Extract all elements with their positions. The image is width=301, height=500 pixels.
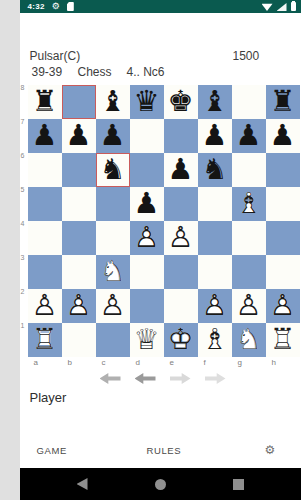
square-e1[interactable]: ♚♔ <box>164 323 198 357</box>
file-label-c: c <box>96 358 130 367</box>
square-d4[interactable]: ♟♙ <box>130 221 164 255</box>
square-f3[interactable] <box>198 255 232 289</box>
sim-card-icon <box>67 2 74 11</box>
square-f7[interactable]: ♟ <box>198 119 232 153</box>
black-pawn: ♟ <box>232 119 266 153</box>
white-queen: ♛♕ <box>130 323 164 357</box>
history-back-button[interactable] <box>93 373 128 384</box>
square-e2[interactable] <box>164 289 198 323</box>
square-a4[interactable] <box>28 221 62 255</box>
square-h7[interactable]: ♟ <box>266 119 300 153</box>
square-f2[interactable]: ♟♙ <box>198 289 232 323</box>
status-bar: 4:32 ⚙ <box>20 0 301 13</box>
tab-game[interactable]: GAME <box>37 445 67 456</box>
white-pawn: ♟♙ <box>62 289 96 323</box>
square-e8[interactable]: ♚ <box>164 85 198 119</box>
file-label-d: d <box>130 358 164 367</box>
square-e3[interactable] <box>164 255 198 289</box>
wifi-icon <box>262 3 273 11</box>
square-h3[interactable] <box>266 255 300 289</box>
square-a8[interactable]: ♜ <box>28 85 62 119</box>
square-a7[interactable]: ♟ <box>28 119 62 153</box>
white-pawn: ♟♙ <box>130 221 164 255</box>
variant-text: Chess <box>78 65 127 79</box>
square-a3[interactable] <box>28 255 62 289</box>
square-g8[interactable] <box>232 85 266 119</box>
rank-label-5: 5 <box>21 186 28 194</box>
file-label-e: e <box>164 358 198 367</box>
black-pawn: ♟ <box>266 119 300 153</box>
step-forward-arrow <box>205 373 226 384</box>
white-pawn: ♟♙ <box>266 289 300 323</box>
square-g5[interactable]: ♝♗ <box>232 187 266 221</box>
file-label-b: b <box>62 358 96 367</box>
square-g2[interactable]: ♟♙ <box>232 289 266 323</box>
black-pawn: ♟ <box>28 119 62 153</box>
square-d6[interactable] <box>130 153 164 187</box>
file-labels: abcdefgh <box>28 358 300 367</box>
white-pawn: ♟♙ <box>164 221 198 255</box>
black-pawn: ♟ <box>96 119 130 153</box>
signal-icon <box>277 3 287 11</box>
white-bishop: ♝♗ <box>198 323 232 357</box>
square-h2[interactable]: ♟♙ <box>266 289 300 323</box>
black-pawn: ♟ <box>198 119 232 153</box>
square-a6[interactable] <box>28 153 62 187</box>
move-back-button[interactable] <box>128 373 163 384</box>
square-e4[interactable]: ♟♙ <box>164 221 198 255</box>
status-icons <box>262 2 296 11</box>
square-b6[interactable] <box>62 153 96 187</box>
rank-label-3: 3 <box>21 254 28 262</box>
move-forward-button[interactable] <box>163 373 198 384</box>
rank-label-4: 4 <box>21 220 28 228</box>
engine-name: Pulsar(C) <box>30 49 81 63</box>
file-label-f: f <box>198 358 232 367</box>
square-f6[interactable]: ♞ <box>198 153 232 187</box>
square-d3[interactable] <box>130 255 164 289</box>
square-g3[interactable] <box>232 255 266 289</box>
black-knight: ♞ <box>96 153 130 187</box>
square-c2[interactable]: ♟♙ <box>96 289 130 323</box>
move-navigation <box>93 373 233 384</box>
white-bishop: ♝♗ <box>232 187 266 221</box>
gear-icon: ⚙ <box>52 2 60 11</box>
white-rook: ♜♖ <box>28 323 62 357</box>
black-queen: ♛ <box>130 85 164 119</box>
white-knight: ♞♘ <box>96 255 130 289</box>
white-rook: ♜♖ <box>266 323 300 357</box>
white-pawn: ♟♙ <box>96 289 130 323</box>
square-h5[interactable] <box>266 187 300 221</box>
player-name: Player <box>30 390 67 405</box>
black-rook: ♜ <box>266 85 300 119</box>
home-icon[interactable] <box>155 479 166 490</box>
rank-label-1: 1 <box>21 322 28 330</box>
square-c4[interactable] <box>96 221 130 255</box>
square-b4[interactable] <box>62 221 96 255</box>
clocks-text: 39-39 <box>32 65 78 79</box>
recents-icon[interactable] <box>233 479 244 490</box>
rank-label-6: 6 <box>21 152 28 160</box>
bottom-tab-bar: GAME RULES ⚙ <box>20 438 301 462</box>
step-back-arrow <box>135 373 156 384</box>
square-e5[interactable] <box>164 187 198 221</box>
square-g6[interactable] <box>232 153 266 187</box>
square-d2[interactable] <box>130 289 164 323</box>
square-h1[interactable]: ♜♖ <box>266 323 300 357</box>
square-c5[interactable] <box>96 187 130 221</box>
square-g4[interactable] <box>232 221 266 255</box>
square-b2[interactable]: ♟♙ <box>62 289 96 323</box>
square-h4[interactable] <box>266 221 300 255</box>
white-knight: ♞♘ <box>232 323 266 357</box>
app-screen: 4:32 ⚙ Pulsar(C) 1500 39-39 Chess 4.. Nc… <box>20 0 301 500</box>
square-a1[interactable]: ♜♖ <box>28 323 62 357</box>
android-nav-bar <box>20 468 301 500</box>
square-a2[interactable]: ♟♙ <box>28 289 62 323</box>
square-g1[interactable]: ♞♘ <box>232 323 266 357</box>
engine-rating: 1500 <box>233 49 260 63</box>
file-label-h: h <box>266 358 300 367</box>
square-e7[interactable] <box>164 119 198 153</box>
square-b8[interactable] <box>62 85 96 119</box>
black-pawn: ♟ <box>130 187 164 221</box>
file-label-g: g <box>232 358 266 367</box>
white-pawn: ♟♙ <box>28 289 62 323</box>
square-g7[interactable]: ♟ <box>232 119 266 153</box>
black-knight: ♞ <box>198 153 232 187</box>
square-a5[interactable] <box>28 187 62 221</box>
step-back-arrow <box>100 373 121 384</box>
file-label-a: a <box>28 358 62 367</box>
history-forward-button[interactable] <box>198 373 233 384</box>
opponent-row: Pulsar(C) 1500 <box>30 49 291 63</box>
battery-icon <box>291 2 296 11</box>
black-rook: ♜ <box>28 85 62 119</box>
square-c7[interactable]: ♟ <box>96 119 130 153</box>
square-d5[interactable]: ♟ <box>130 187 164 221</box>
square-c6[interactable]: ♞ <box>96 153 130 187</box>
black-pawn: ♟ <box>62 119 96 153</box>
rank-label-2: 2 <box>21 288 28 296</box>
square-c1[interactable] <box>96 323 130 357</box>
square-b7[interactable]: ♟ <box>62 119 96 153</box>
black-bishop: ♝ <box>96 85 130 119</box>
square-h6[interactable] <box>266 153 300 187</box>
white-pawn: ♟♙ <box>232 289 266 323</box>
step-forward-arrow <box>170 373 191 384</box>
square-b3[interactable] <box>62 255 96 289</box>
black-king: ♚ <box>164 85 198 119</box>
black-bishop: ♝ <box>198 85 232 119</box>
square-h8[interactable]: ♜ <box>266 85 300 119</box>
black-pawn: ♟ <box>164 153 198 187</box>
rank-label-7: 7 <box>21 118 28 126</box>
last-move-text: 4.. Nc6 <box>127 65 165 79</box>
square-f1[interactable]: ♝♗ <box>198 323 232 357</box>
white-pawn: ♟♙ <box>198 289 232 323</box>
square-d1[interactable]: ♛♕ <box>130 323 164 357</box>
square-f5[interactable] <box>198 187 232 221</box>
settings-gear-icon[interactable]: ⚙ <box>265 444 276 456</box>
square-b5[interactable] <box>62 187 96 221</box>
square-f8[interactable]: ♝ <box>198 85 232 119</box>
square-d8[interactable]: ♛ <box>130 85 164 119</box>
rank-label-8: 8 <box>21 84 28 92</box>
chess-board[interactable]: ♜♝♛♚♝♜♟♟♟♟♟♟♞♟♞♟♝♗♟♙♟♙♞♘♟♙♟♙♟♙♟♙♟♙♟♙♜♖♛♕… <box>28 85 300 357</box>
game-info-row: 39-39 Chess 4.. Nc6 <box>32 65 292 79</box>
square-c3[interactable]: ♞♘ <box>96 255 130 289</box>
square-e6[interactable]: ♟ <box>164 153 198 187</box>
square-c8[interactable]: ♝ <box>96 85 130 119</box>
back-icon[interactable] <box>77 478 88 490</box>
square-d7[interactable] <box>130 119 164 153</box>
square-f4[interactable] <box>198 221 232 255</box>
square-b1[interactable] <box>62 323 96 357</box>
clock-time: 4:32 <box>28 2 45 11</box>
tab-rules[interactable]: RULES <box>147 445 182 456</box>
white-king: ♚♔ <box>164 323 198 357</box>
